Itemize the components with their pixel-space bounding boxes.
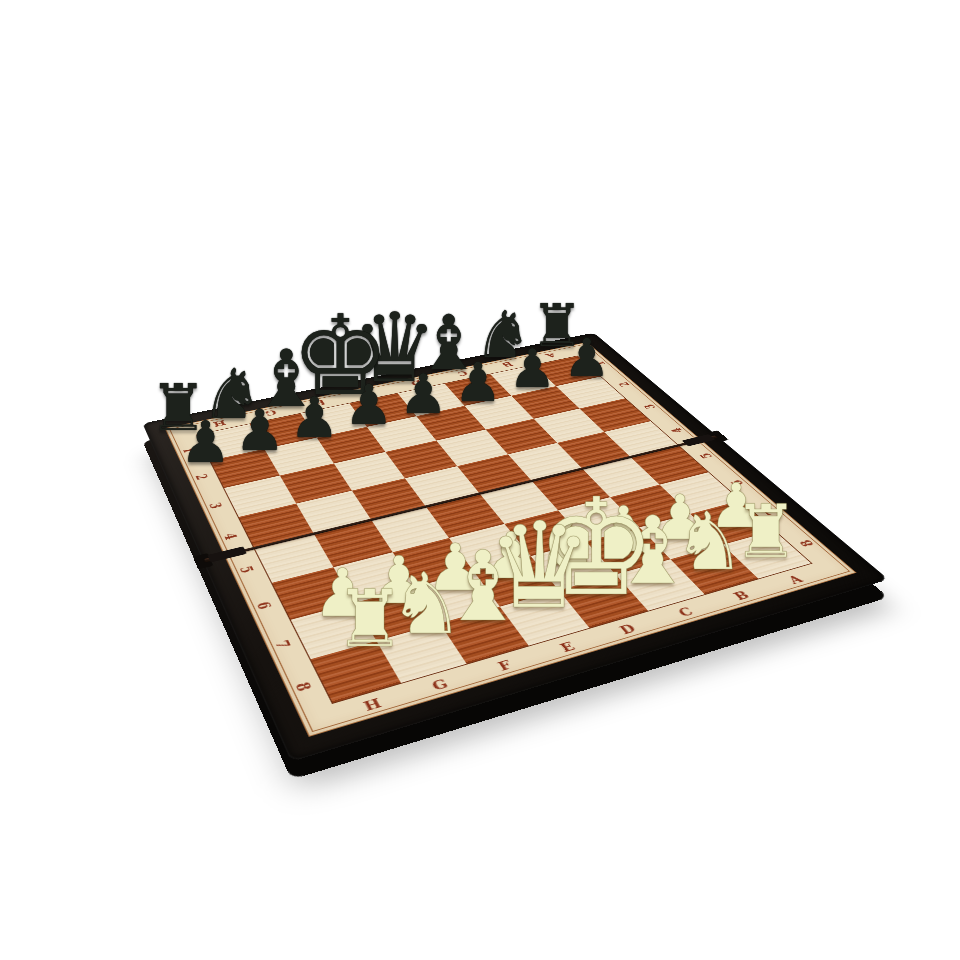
piece-white-rook-h1[interactable]: ♜ xyxy=(335,580,406,659)
piece-black-pawn-g7[interactable]: ♟ xyxy=(234,402,285,459)
piece-black-pawn-c7[interactable]: ♟ xyxy=(454,355,502,409)
piece-black-pawn-h7[interactable]: ♟ xyxy=(180,413,232,471)
product-photo-stage: HGFEDCBAHGFEDCBA1234567812345678 ♜♞♝♚♛♝♞… xyxy=(0,0,960,960)
piece-black-pawn-f7[interactable]: ♟ xyxy=(289,390,339,446)
piece-black-pawn-d7[interactable]: ♟ xyxy=(399,367,448,422)
piece-black-pawn-a7[interactable]: ♟ xyxy=(563,332,610,385)
piece-black-pawn-e7[interactable]: ♟ xyxy=(344,378,394,433)
piece-black-pawn-b7[interactable]: ♟ xyxy=(508,344,556,397)
